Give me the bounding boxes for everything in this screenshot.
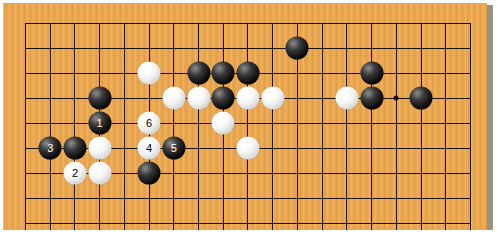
move-stone-black[interactable]: 5 [162, 137, 185, 160]
grid-line-vertical [396, 23, 397, 230]
grid-line-vertical [272, 23, 273, 230]
stone-black[interactable] [360, 87, 383, 110]
stone-black[interactable] [360, 62, 383, 85]
move-number: 3 [47, 143, 53, 154]
grid-line-vertical [50, 23, 51, 230]
stone-black[interactable] [138, 162, 161, 185]
stone-white[interactable] [236, 137, 259, 160]
grid-line-vertical [198, 23, 199, 230]
grid-line-vertical [346, 23, 347, 230]
stone-white[interactable] [236, 87, 259, 110]
grid-line-vertical [445, 23, 446, 230]
move-stone-white[interactable]: 2 [63, 162, 86, 185]
move-stone-white[interactable]: 6 [138, 112, 161, 135]
board-edge-shadow [487, 5, 493, 230]
move-stone-white[interactable]: 4 [138, 137, 161, 160]
grid-line-vertical [124, 23, 125, 230]
move-number: 6 [146, 118, 152, 129]
stone-white[interactable] [88, 162, 111, 185]
stone-white[interactable] [88, 137, 111, 160]
grid-line-vertical [371, 23, 372, 230]
stone-black[interactable] [187, 62, 210, 85]
grid-line-vertical [74, 23, 75, 230]
stone-white[interactable] [187, 87, 210, 110]
stone-black[interactable] [410, 87, 433, 110]
stone-black[interactable] [286, 37, 309, 60]
grid-line-vertical [470, 23, 471, 230]
star-point [394, 96, 399, 101]
move-number: 5 [171, 143, 177, 154]
stone-white[interactable] [261, 87, 284, 110]
stone-white[interactable] [335, 87, 358, 110]
stone-black[interactable] [236, 62, 259, 85]
move-stone-black[interactable]: 3 [39, 137, 62, 160]
stone-black[interactable] [212, 62, 235, 85]
stone-white[interactable] [212, 112, 235, 135]
grid-line-vertical [322, 23, 323, 230]
go-diagram-frame: 123456 [0, 0, 500, 232]
grid-line-vertical [247, 23, 248, 230]
stone-white[interactable] [162, 87, 185, 110]
move-number: 2 [72, 168, 78, 179]
grid-line-vertical [173, 23, 174, 230]
grid-line-vertical [25, 23, 26, 230]
stone-black[interactable] [212, 87, 235, 110]
stone-white[interactable] [138, 62, 161, 85]
stone-black[interactable] [88, 87, 111, 110]
move-stone-black[interactable]: 1 [88, 112, 111, 135]
stone-black[interactable] [63, 137, 86, 160]
grid-line-vertical [421, 23, 422, 230]
go-board[interactable]: 123456 [3, 3, 487, 230]
move-number: 4 [146, 143, 152, 154]
move-number: 1 [97, 118, 103, 129]
